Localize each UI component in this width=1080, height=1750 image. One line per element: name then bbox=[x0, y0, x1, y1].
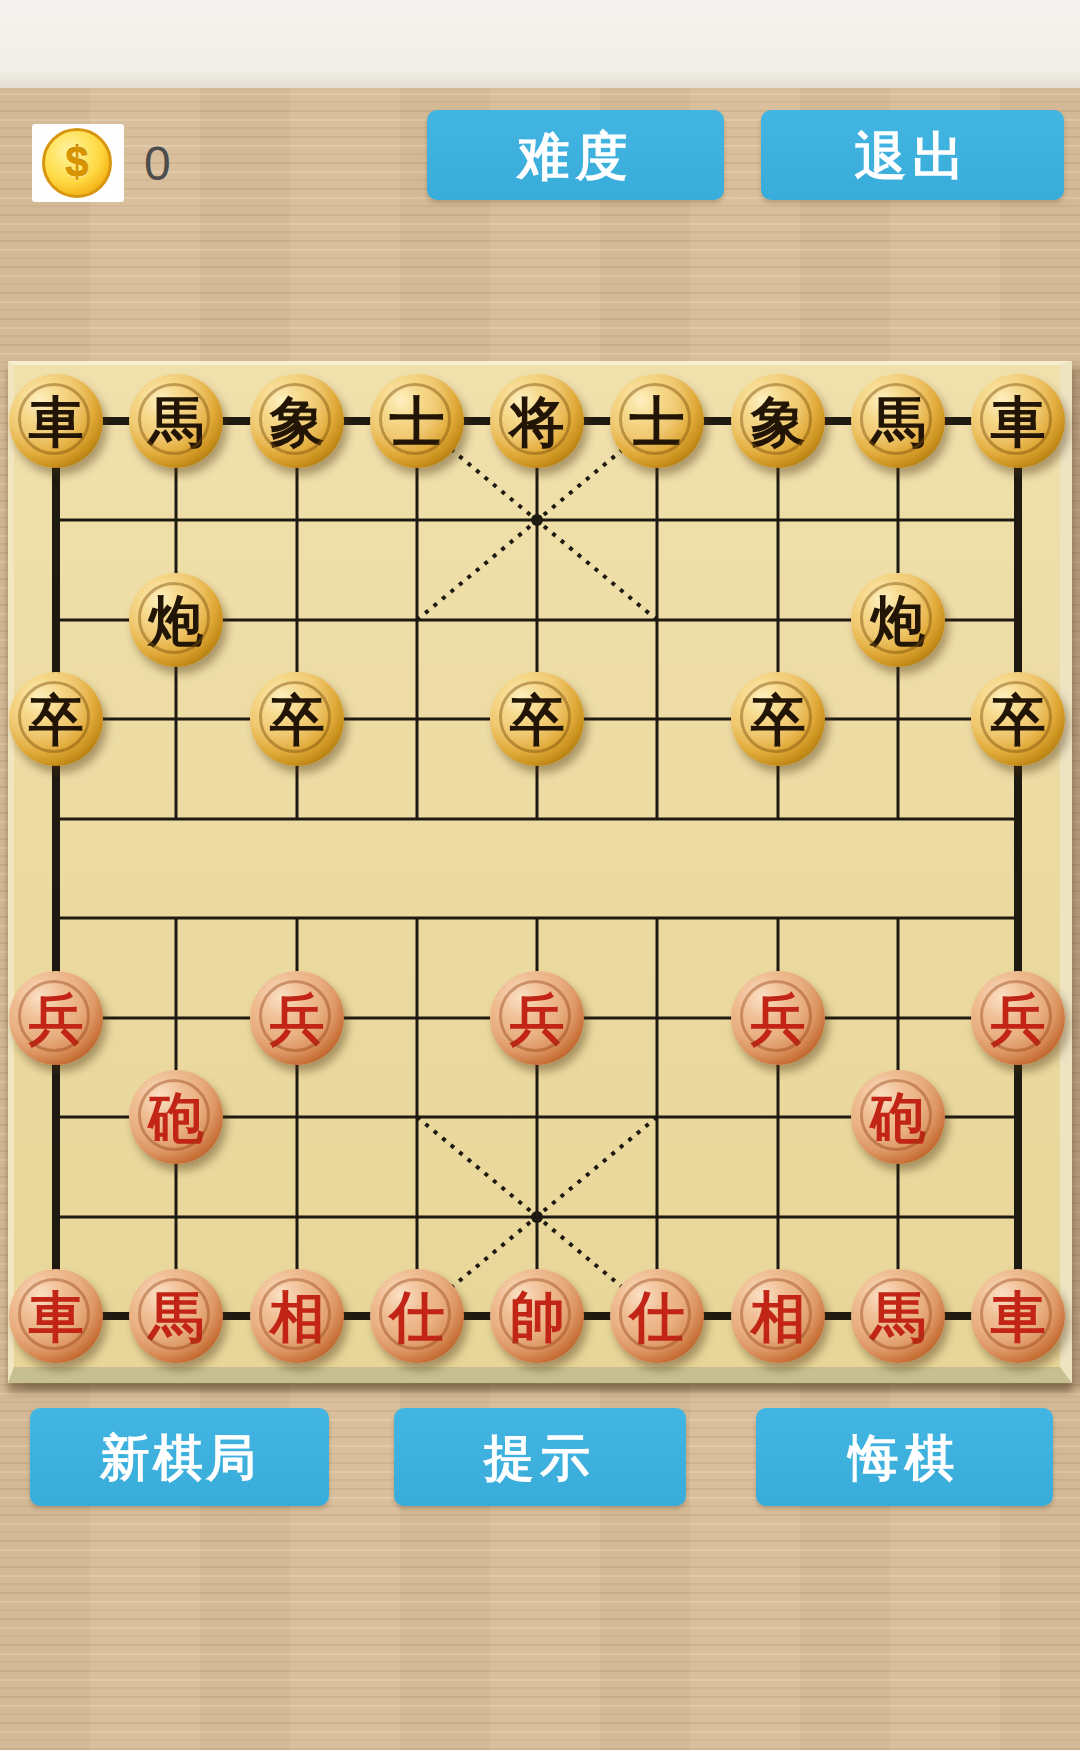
piece-glyph: 相 bbox=[731, 1269, 825, 1363]
piece-black-soldier[interactable]: 卒 bbox=[971, 672, 1065, 766]
piece-black-chariot[interactable]: 車 bbox=[971, 374, 1065, 468]
piece-glyph: 車 bbox=[971, 374, 1065, 468]
piece-glyph: 馬 bbox=[851, 374, 945, 468]
piece-black-chariot[interactable]: 車 bbox=[9, 374, 103, 468]
piece-black-horse[interactable]: 馬 bbox=[851, 374, 945, 468]
piece-black-soldier[interactable]: 卒 bbox=[731, 672, 825, 766]
piece-black-advisor[interactable]: 士 bbox=[610, 374, 704, 468]
piece-glyph: 仕 bbox=[610, 1269, 704, 1363]
piece-black-cannon[interactable]: 炮 bbox=[851, 573, 945, 667]
piece-red-soldier[interactable]: 兵 bbox=[9, 971, 103, 1065]
piece-glyph: 仕 bbox=[370, 1269, 464, 1363]
piece-glyph: 将 bbox=[490, 374, 584, 468]
piece-black-cannon[interactable]: 炮 bbox=[129, 573, 223, 667]
piece-black-soldier[interactable]: 卒 bbox=[9, 672, 103, 766]
piece-glyph: 車 bbox=[971, 1269, 1065, 1363]
piece-glyph: 砲 bbox=[851, 1070, 945, 1164]
piece-red-chariot[interactable]: 車 bbox=[9, 1269, 103, 1363]
piece-glyph: 卒 bbox=[9, 672, 103, 766]
piece-glyph: 兵 bbox=[971, 971, 1065, 1065]
piece-red-advisor[interactable]: 仕 bbox=[370, 1269, 464, 1363]
piece-black-horse[interactable]: 馬 bbox=[129, 374, 223, 468]
piece-glyph: 車 bbox=[9, 374, 103, 468]
piece-glyph: 象 bbox=[731, 374, 825, 468]
piece-black-elephant[interactable]: 象 bbox=[250, 374, 344, 468]
piece-red-cannon[interactable]: 砲 bbox=[851, 1070, 945, 1164]
piece-red-advisor[interactable]: 仕 bbox=[610, 1269, 704, 1363]
piece-red-elephant[interactable]: 相 bbox=[250, 1269, 344, 1363]
piece-glyph: 士 bbox=[370, 374, 464, 468]
piece-red-cannon[interactable]: 砲 bbox=[129, 1070, 223, 1164]
piece-black-general[interactable]: 将 bbox=[490, 374, 584, 468]
piece-glyph: 兵 bbox=[490, 971, 584, 1065]
new-game-button[interactable]: 新棋局 bbox=[30, 1408, 329, 1506]
piece-red-general[interactable]: 帥 bbox=[490, 1269, 584, 1363]
piece-glyph: 象 bbox=[250, 374, 344, 468]
piece-red-soldier[interactable]: 兵 bbox=[731, 971, 825, 1065]
piece-red-chariot[interactable]: 車 bbox=[971, 1269, 1065, 1363]
undo-button[interactable]: 悔棋 bbox=[756, 1408, 1053, 1506]
piece-glyph: 卒 bbox=[731, 672, 825, 766]
piece-glyph: 馬 bbox=[129, 1269, 223, 1363]
hint-button[interactable]: 提示 bbox=[394, 1408, 686, 1506]
piece-red-soldier[interactable]: 兵 bbox=[250, 971, 344, 1065]
piece-glyph: 相 bbox=[250, 1269, 344, 1363]
piece-glyph: 卒 bbox=[971, 672, 1065, 766]
piece-glyph: 帥 bbox=[490, 1269, 584, 1363]
piece-glyph: 士 bbox=[610, 374, 704, 468]
piece-glyph: 炮 bbox=[851, 573, 945, 667]
piece-red-horse[interactable]: 馬 bbox=[851, 1269, 945, 1363]
piece-black-soldier[interactable]: 卒 bbox=[490, 672, 584, 766]
piece-glyph: 砲 bbox=[129, 1070, 223, 1164]
piece-glyph: 兵 bbox=[9, 971, 103, 1065]
piece-glyph: 卒 bbox=[490, 672, 584, 766]
piece-glyph: 馬 bbox=[129, 374, 223, 468]
piece-red-soldier[interactable]: 兵 bbox=[490, 971, 584, 1065]
piece-red-horse[interactable]: 馬 bbox=[129, 1269, 223, 1363]
piece-glyph: 馬 bbox=[851, 1269, 945, 1363]
piece-black-soldier[interactable]: 卒 bbox=[250, 672, 344, 766]
piece-glyph: 卒 bbox=[250, 672, 344, 766]
piece-red-elephant[interactable]: 相 bbox=[731, 1269, 825, 1363]
piece-black-elephant[interactable]: 象 bbox=[731, 374, 825, 468]
piece-glyph: 車 bbox=[9, 1269, 103, 1363]
app-background: $ 0 难度 退出 車馬象士将士象馬車炮炮卒卒卒卒卒兵兵兵兵兵砲砲車馬相仕帥仕相… bbox=[0, 0, 1080, 1750]
piece-glyph: 兵 bbox=[731, 971, 825, 1065]
piece-red-soldier[interactable]: 兵 bbox=[971, 971, 1065, 1065]
piece-glyph: 兵 bbox=[250, 971, 344, 1065]
piece-glyph: 炮 bbox=[129, 573, 223, 667]
piece-black-advisor[interactable]: 士 bbox=[370, 374, 464, 468]
